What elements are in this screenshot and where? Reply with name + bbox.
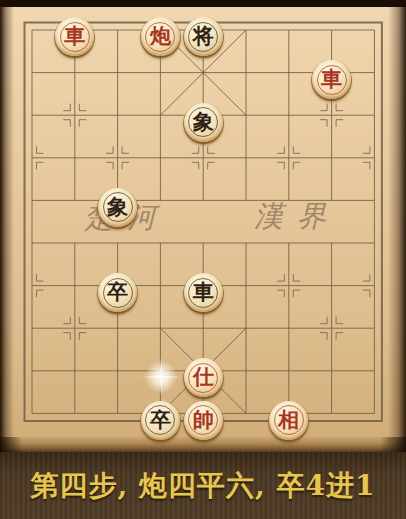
- piece-label: 卒: [103, 278, 133, 308]
- piece-label: 将: [188, 22, 218, 52]
- piece-label: 卒: [145, 405, 175, 435]
- piece-black-elephant[interactable]: 象: [98, 188, 137, 227]
- piece-label: 帥: [188, 405, 218, 435]
- piece-black-chariot[interactable]: 車: [184, 273, 223, 312]
- piece-label: 車: [317, 65, 347, 95]
- xiangqi-app-screen: 楚河 漢界 車炮将車象象卒車仕卒帥相 第四步, 炮四平六, 卒4进1: [0, 0, 406, 519]
- piece-black-soldier[interactable]: 卒: [141, 401, 180, 440]
- piece-red-elephant[interactable]: 相: [269, 401, 308, 440]
- move-highlight-sparkle: [144, 360, 178, 394]
- piece-label: 仕: [188, 363, 218, 393]
- piece-red-general[interactable]: 帥: [184, 401, 223, 440]
- piece-black-general[interactable]: 将: [184, 17, 223, 56]
- piece-label: 象: [188, 107, 218, 137]
- board-points: 車炮将車象象卒車仕卒帥相: [11, 16, 396, 442]
- piece-label: 車: [60, 22, 90, 52]
- piece-red-cannon[interactable]: 炮: [141, 17, 180, 56]
- piece-label: 炮: [145, 22, 175, 52]
- piece-label: 相: [274, 405, 304, 435]
- piece-red-advisor[interactable]: 仕: [184, 358, 223, 397]
- piece-black-elephant[interactable]: 象: [184, 103, 223, 142]
- piece-red-chariot[interactable]: 車: [55, 17, 94, 56]
- piece-label: 象: [103, 192, 133, 222]
- piece-red-chariot[interactable]: 車: [312, 60, 351, 99]
- move-caption: 第四步, 炮四平六, 卒4进1: [31, 467, 376, 505]
- piece-label: 車: [188, 278, 218, 308]
- piece-black-soldier[interactable]: 卒: [98, 273, 137, 312]
- caption-bar: 第四步, 炮四平六, 卒4进1: [0, 452, 406, 519]
